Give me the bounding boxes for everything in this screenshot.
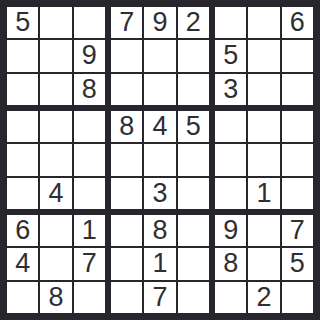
- cell-r2c3: 9: [74, 40, 105, 71]
- sudoku-box-7: 61478: [7, 215, 105, 313]
- cell-r1c5: 9: [144, 7, 175, 38]
- cell-r7c3: 1: [74, 215, 105, 246]
- cell-r6c7[interactable]: [215, 178, 246, 209]
- cell-r8c3: 7: [74, 248, 105, 279]
- cell-r9c9[interactable]: [282, 282, 313, 313]
- cell-r9c6[interactable]: [178, 282, 209, 313]
- cell-r3c7: 3: [215, 74, 246, 105]
- cell-r5c9[interactable]: [282, 144, 313, 175]
- cell-r1c3[interactable]: [74, 7, 105, 38]
- cell-r8c5: 1: [144, 248, 175, 279]
- cell-r8c6[interactable]: [178, 248, 209, 279]
- cell-r9c2: 8: [40, 282, 71, 313]
- cell-r6c3[interactable]: [74, 178, 105, 209]
- sudoku-box-4: 4: [7, 111, 105, 209]
- cell-r9c7[interactable]: [215, 282, 246, 313]
- cell-r1c6: 2: [178, 7, 209, 38]
- cell-r4c9[interactable]: [282, 111, 313, 142]
- cell-r6c4[interactable]: [111, 178, 142, 209]
- cell-r2c5[interactable]: [144, 40, 175, 71]
- cell-r4c6: 5: [178, 111, 209, 142]
- cell-r6c1[interactable]: [7, 178, 38, 209]
- cell-r5c8[interactable]: [248, 144, 279, 175]
- cell-r3c1[interactable]: [7, 74, 38, 105]
- cell-r2c9[interactable]: [282, 40, 313, 71]
- cell-r3c9[interactable]: [282, 74, 313, 105]
- cell-r2c2[interactable]: [40, 40, 71, 71]
- cell-r7c8[interactable]: [248, 215, 279, 246]
- cell-r3c2[interactable]: [40, 74, 71, 105]
- cell-r3c5[interactable]: [144, 74, 175, 105]
- cell-r2c1[interactable]: [7, 40, 38, 71]
- cell-r5c2[interactable]: [40, 144, 71, 175]
- sudoku-box-3: 653: [215, 7, 313, 105]
- cell-r5c6[interactable]: [178, 144, 209, 175]
- cell-r1c4: 7: [111, 7, 142, 38]
- sudoku-board: 5987926534845316147881797852: [0, 0, 320, 320]
- cell-r3c4[interactable]: [111, 74, 142, 105]
- cell-r6c6[interactable]: [178, 178, 209, 209]
- cell-r7c7: 9: [215, 215, 246, 246]
- cell-r9c1[interactable]: [7, 282, 38, 313]
- cell-r5c1[interactable]: [7, 144, 38, 175]
- cell-r2c8[interactable]: [248, 40, 279, 71]
- cell-r2c6[interactable]: [178, 40, 209, 71]
- cell-r9c8: 2: [248, 282, 279, 313]
- sudoku-box-2: 792: [111, 7, 209, 105]
- sudoku-box-1: 598: [7, 7, 105, 105]
- cell-r1c7[interactable]: [215, 7, 246, 38]
- cell-r3c3: 8: [74, 74, 105, 105]
- cell-r8c7: 8: [215, 248, 246, 279]
- cell-r6c8: 1: [248, 178, 279, 209]
- cell-r5c4[interactable]: [111, 144, 142, 175]
- cell-r9c3[interactable]: [74, 282, 105, 313]
- cell-r2c7: 5: [215, 40, 246, 71]
- cell-r9c4[interactable]: [111, 282, 142, 313]
- cell-r1c8[interactable]: [248, 7, 279, 38]
- cell-r4c7[interactable]: [215, 111, 246, 142]
- sudoku-box-9: 97852: [215, 215, 313, 313]
- cell-r9c5: 7: [144, 282, 175, 313]
- cell-r6c2: 4: [40, 178, 71, 209]
- cell-r4c2[interactable]: [40, 111, 71, 142]
- cell-r4c5: 4: [144, 111, 175, 142]
- cell-r1c9: 6: [282, 7, 313, 38]
- cell-r1c1: 5: [7, 7, 38, 38]
- cell-r8c2[interactable]: [40, 248, 71, 279]
- cell-r8c1: 4: [7, 248, 38, 279]
- cell-r4c1[interactable]: [7, 111, 38, 142]
- cell-r6c5: 3: [144, 178, 175, 209]
- cell-r5c5[interactable]: [144, 144, 175, 175]
- cell-r4c8[interactable]: [248, 111, 279, 142]
- cell-r4c3[interactable]: [74, 111, 105, 142]
- cell-r3c8[interactable]: [248, 74, 279, 105]
- cell-r2c4[interactable]: [111, 40, 142, 71]
- cell-r6c9[interactable]: [282, 178, 313, 209]
- cell-r8c9: 5: [282, 248, 313, 279]
- cell-r7c2[interactable]: [40, 215, 71, 246]
- sudoku-box-5: 8453: [111, 111, 209, 209]
- cell-r5c3[interactable]: [74, 144, 105, 175]
- cell-r4c4: 8: [111, 111, 142, 142]
- cell-r3c6[interactable]: [178, 74, 209, 105]
- cell-r1c2[interactable]: [40, 7, 71, 38]
- cell-r7c1: 6: [7, 215, 38, 246]
- cell-r8c8[interactable]: [248, 248, 279, 279]
- cell-r5c7[interactable]: [215, 144, 246, 175]
- sudoku-box-6: 1: [215, 111, 313, 209]
- cell-r8c4[interactable]: [111, 248, 142, 279]
- sudoku-box-8: 817: [111, 215, 209, 313]
- cell-r7c6[interactable]: [178, 215, 209, 246]
- cell-r7c4[interactable]: [111, 215, 142, 246]
- cell-r7c5: 8: [144, 215, 175, 246]
- cell-r7c9: 7: [282, 215, 313, 246]
